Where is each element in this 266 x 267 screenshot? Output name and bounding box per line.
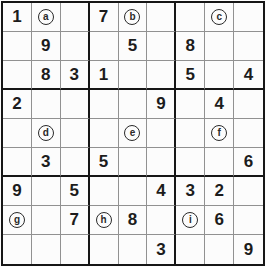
cell-r6c5[interactable] [119,148,148,177]
cell-r8c4[interactable]: h [90,206,119,235]
cell-r7c3[interactable]: 5 [61,177,90,206]
cell-r3c9[interactable]: 4 [234,61,263,90]
cell-r3c2[interactable]: 8 [32,61,61,90]
cell-r5c3[interactable] [61,119,90,148]
cell-r1c4[interactable]: 7 [90,3,119,32]
cell-r6c6[interactable] [147,148,176,177]
cell-r1c8[interactable]: c [205,3,234,32]
cell-r4c5[interactable] [119,90,148,119]
cell-r7c1[interactable]: 9 [3,177,32,206]
cell-r6c8[interactable] [205,148,234,177]
cell-r5c1[interactable] [3,119,32,148]
cell-r7c8[interactable]: 2 [205,177,234,206]
given-digit: 7 [69,210,78,230]
cell-r6c7[interactable] [176,148,205,177]
cell-r6c1[interactable] [3,148,32,177]
cell-r5c6[interactable] [147,119,176,148]
given-digit: 9 [244,240,253,260]
cell-r3c1[interactable] [3,61,32,90]
given-digit: 8 [128,210,137,230]
given-digit: 9 [41,36,50,56]
given-digit: 5 [69,181,78,201]
cell-r8c3[interactable]: 7 [61,206,90,235]
cell-r8c5[interactable]: 8 [119,206,148,235]
given-digit: 2 [214,181,223,201]
cell-r7c2[interactable] [32,177,61,206]
cell-r2c2[interactable]: 9 [32,32,61,61]
cell-r2c5[interactable]: 5 [119,32,148,61]
cell-r2c1[interactable] [3,32,32,61]
given-digit: 9 [12,181,21,201]
cell-r1c3[interactable] [61,3,90,32]
given-digit: 3 [186,181,195,201]
cell-r1c2[interactable]: a [32,3,61,32]
given-digit: 3 [69,65,78,85]
cell-r2c6[interactable] [147,32,176,61]
given-digit: 7 [99,7,108,27]
cell-r2c7[interactable]: 8 [176,32,205,61]
given-digit: 5 [186,65,195,85]
sudoku-board: 1a7bc95883154294def35695432g7h8i639 [1,1,265,266]
given-digit: 3 [156,240,165,260]
cell-r5c4[interactable] [90,119,119,148]
cell-r4c4[interactable] [90,90,119,119]
cell-r8c7[interactable]: i [176,206,205,235]
cell-r8c8[interactable]: 6 [205,206,234,235]
cell-r7c7[interactable]: 3 [176,177,205,206]
given-digit: 6 [214,210,223,230]
cell-r1c9[interactable] [234,3,263,32]
cell-r1c6[interactable] [147,3,176,32]
circled-letter-i: i [182,212,198,228]
given-digit: 5 [128,36,137,56]
cell-r4c1[interactable]: 2 [3,90,32,119]
given-digit: 4 [244,65,253,85]
given-digit: 1 [99,65,108,85]
cell-r3c3[interactable]: 3 [61,61,90,90]
given-digit: 3 [41,152,50,172]
cell-r9c9[interactable]: 9 [234,235,263,264]
given-digit: 6 [244,152,253,172]
circled-letter-f: f [211,125,227,141]
cell-r5c9[interactable] [234,119,263,148]
cell-r6c3[interactable] [61,148,90,177]
given-digit: 5 [99,152,108,172]
cell-r2c8[interactable] [205,32,234,61]
cell-r6c4[interactable]: 5 [90,148,119,177]
cell-r8c1[interactable]: g [3,206,32,235]
given-digit: 4 [214,94,223,114]
cell-r8c2[interactable] [32,206,61,235]
given-digit: 8 [41,65,50,85]
given-digit: 4 [156,181,165,201]
cell-r4c7[interactable] [176,90,205,119]
cell-r3c4[interactable]: 1 [90,61,119,90]
cell-r7c9[interactable] [234,177,263,206]
circled-letter-b: b [124,9,140,25]
cell-r9c6[interactable]: 3 [147,235,176,264]
cell-r4c6[interactable]: 9 [147,90,176,119]
circled-letter-h: h [96,212,112,228]
cell-r4c3[interactable] [61,90,90,119]
cell-r1c5[interactable]: b [119,3,148,32]
cell-r1c7[interactable] [176,3,205,32]
cell-r6c9[interactable]: 6 [234,148,263,177]
cell-r2c3[interactable] [61,32,90,61]
cell-r4c9[interactable] [234,90,263,119]
cell-r3c6[interactable] [147,61,176,90]
cell-r3c7[interactable]: 5 [176,61,205,90]
cell-r4c2[interactable] [32,90,61,119]
cell-r8c9[interactable] [234,206,263,235]
cell-r9c3[interactable] [61,235,90,264]
circled-letter-c: c [211,9,227,25]
circled-letter-a: a [38,9,54,25]
sudoku-puzzle: 1a7bc95883154294def35695432g7h8i639 [0,0,266,267]
given-digit: 2 [12,94,21,114]
circled-letter-d: d [38,125,54,141]
cell-r4c8[interactable]: 4 [205,90,234,119]
cell-r7c6[interactable]: 4 [147,177,176,206]
cell-r5c2[interactable]: d [32,119,61,148]
cell-r9c4[interactable] [90,235,119,264]
cell-r9c5[interactable] [119,235,148,264]
circled-letter-g: g [9,212,25,228]
cell-r9c8[interactable] [205,235,234,264]
cell-r9c7[interactable] [176,235,205,264]
cell-r7c4[interactable] [90,177,119,206]
cell-r2c4[interactable] [90,32,119,61]
cell-r1c1[interactable]: 1 [3,3,32,32]
cell-r3c8[interactable] [205,61,234,90]
circled-letter-e: e [124,125,140,141]
cell-r5c7[interactable] [176,119,205,148]
given-digit: 8 [186,36,195,56]
cell-r2c9[interactable] [234,32,263,61]
cell-r6c2[interactable]: 3 [32,148,61,177]
cell-r9c1[interactable] [3,235,32,264]
cell-r3c5[interactable] [119,61,148,90]
given-digit: 1 [12,7,21,27]
cell-r9c2[interactable] [32,235,61,264]
cell-r5c5[interactable]: e [119,119,148,148]
given-digit: 9 [156,94,165,114]
cell-r5c8[interactable]: f [205,119,234,148]
cell-r7c5[interactable] [119,177,148,206]
cell-r8c6[interactable] [147,206,176,235]
